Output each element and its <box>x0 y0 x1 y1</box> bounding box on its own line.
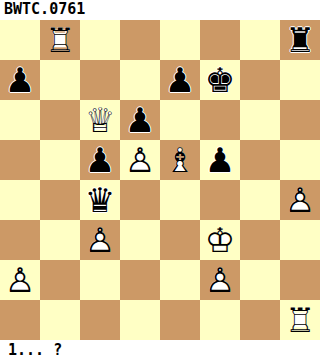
piece-glyph-fill: ♟ <box>160 60 200 100</box>
square-d8[interactable] <box>120 20 160 60</box>
square-h7[interactable] <box>280 60 320 100</box>
square-e6[interactable] <box>160 100 200 140</box>
square-g6[interactable] <box>240 100 280 140</box>
square-f8[interactable] <box>200 20 240 60</box>
piece-glyph-fill: ♟ <box>0 60 40 100</box>
white-pawn[interactable]: ♟♙ <box>200 260 240 300</box>
square-b8[interactable]: ♜♖ <box>40 20 80 60</box>
piece-glyph-fill: ♟ <box>80 140 120 180</box>
square-a4[interactable] <box>0 180 40 220</box>
square-e7[interactable]: ♟ <box>160 60 200 100</box>
square-d6[interactable]: ♟ <box>120 100 160 140</box>
black-pawn[interactable]: ♟ <box>0 60 40 100</box>
square-c5[interactable]: ♟ <box>80 140 120 180</box>
square-b2[interactable] <box>40 260 80 300</box>
white-rook[interactable]: ♜♖ <box>280 300 320 340</box>
chess-board: ♜♖♜♟♟♚♛♕♟♟♟♙♝♗♟♛♟♙♟♙♚♔♟♙♟♙♜♖ <box>0 20 320 340</box>
white-pawn[interactable]: ♟♙ <box>80 220 120 260</box>
piece-glyph-outline: ♙ <box>200 260 240 300</box>
white-pawn[interactable]: ♟♙ <box>0 260 40 300</box>
square-e5[interactable]: ♝♗ <box>160 140 200 180</box>
square-c7[interactable] <box>80 60 120 100</box>
square-f1[interactable] <box>200 300 240 340</box>
square-g7[interactable] <box>240 60 280 100</box>
move-prompt: 1... ? <box>0 340 320 360</box>
square-b7[interactable] <box>40 60 80 100</box>
white-king[interactable]: ♚♔ <box>200 220 240 260</box>
square-a8[interactable] <box>0 20 40 60</box>
piece-glyph-outline: ♙ <box>280 180 320 220</box>
square-c2[interactable] <box>80 260 120 300</box>
black-rook[interactable]: ♜ <box>280 20 320 60</box>
square-d5[interactable]: ♟♙ <box>120 140 160 180</box>
square-h6[interactable] <box>280 100 320 140</box>
square-d7[interactable] <box>120 60 160 100</box>
square-f3[interactable]: ♚♔ <box>200 220 240 260</box>
puzzle-title: BWTC.0761 <box>0 0 320 20</box>
square-e4[interactable] <box>160 180 200 220</box>
square-g1[interactable] <box>240 300 280 340</box>
square-h1[interactable]: ♜♖ <box>280 300 320 340</box>
square-c4[interactable]: ♛ <box>80 180 120 220</box>
square-a3[interactable] <box>0 220 40 260</box>
square-g4[interactable] <box>240 180 280 220</box>
piece-glyph-outline: ♙ <box>0 260 40 300</box>
square-b6[interactable] <box>40 100 80 140</box>
white-pawn[interactable]: ♟♙ <box>280 180 320 220</box>
square-f4[interactable] <box>200 180 240 220</box>
square-a7[interactable]: ♟ <box>0 60 40 100</box>
black-pawn[interactable]: ♟ <box>160 60 200 100</box>
piece-glyph-outline: ♖ <box>280 300 320 340</box>
piece-glyph-outline: ♔ <box>200 220 240 260</box>
square-g5[interactable] <box>240 140 280 180</box>
square-b5[interactable] <box>40 140 80 180</box>
black-pawn[interactable]: ♟ <box>200 140 240 180</box>
white-queen[interactable]: ♛♕ <box>80 100 120 140</box>
square-a1[interactable] <box>0 300 40 340</box>
square-c8[interactable] <box>80 20 120 60</box>
piece-glyph-fill: ♟ <box>200 140 240 180</box>
black-king[interactable]: ♚ <box>200 60 240 100</box>
square-f6[interactable] <box>200 100 240 140</box>
square-e2[interactable] <box>160 260 200 300</box>
piece-glyph-fill: ♜ <box>280 20 320 60</box>
square-h3[interactable] <box>280 220 320 260</box>
square-b1[interactable] <box>40 300 80 340</box>
piece-glyph-fill: ♚ <box>200 60 240 100</box>
black-pawn[interactable]: ♟ <box>80 140 120 180</box>
black-pawn[interactable]: ♟ <box>120 100 160 140</box>
white-rook[interactable]: ♜♖ <box>40 20 80 60</box>
square-f5[interactable]: ♟ <box>200 140 240 180</box>
white-pawn[interactable]: ♟♙ <box>120 140 160 180</box>
white-bishop[interactable]: ♝♗ <box>160 140 200 180</box>
square-e1[interactable] <box>160 300 200 340</box>
square-g2[interactable] <box>240 260 280 300</box>
square-g8[interactable] <box>240 20 280 60</box>
square-b3[interactable] <box>40 220 80 260</box>
square-c6[interactable]: ♛♕ <box>80 100 120 140</box>
piece-glyph-outline: ♗ <box>160 140 200 180</box>
square-a2[interactable]: ♟♙ <box>0 260 40 300</box>
piece-glyph-outline: ♖ <box>40 20 80 60</box>
square-g3[interactable] <box>240 220 280 260</box>
piece-glyph-outline: ♙ <box>120 140 160 180</box>
square-e8[interactable] <box>160 20 200 60</box>
square-f7[interactable]: ♚ <box>200 60 240 100</box>
piece-glyph-fill: ♟ <box>120 100 160 140</box>
square-d4[interactable] <box>120 180 160 220</box>
square-h2[interactable] <box>280 260 320 300</box>
square-f2[interactable]: ♟♙ <box>200 260 240 300</box>
square-c3[interactable]: ♟♙ <box>80 220 120 260</box>
square-h8[interactable]: ♜ <box>280 20 320 60</box>
square-a5[interactable] <box>0 140 40 180</box>
square-c1[interactable] <box>80 300 120 340</box>
black-queen[interactable]: ♛ <box>80 180 120 220</box>
square-e3[interactable] <box>160 220 200 260</box>
piece-glyph-outline: ♙ <box>80 220 120 260</box>
square-b4[interactable] <box>40 180 80 220</box>
square-d2[interactable] <box>120 260 160 300</box>
chess-puzzle-page: BWTC.0761 ♜♖♜♟♟♚♛♕♟♟♟♙♝♗♟♛♟♙♟♙♚♔♟♙♟♙♜♖ 1… <box>0 0 320 360</box>
square-d1[interactable] <box>120 300 160 340</box>
square-h4[interactable]: ♟♙ <box>280 180 320 220</box>
square-a6[interactable] <box>0 100 40 140</box>
square-h5[interactable] <box>280 140 320 180</box>
piece-glyph-outline: ♕ <box>80 100 120 140</box>
square-d3[interactable] <box>120 220 160 260</box>
piece-glyph-fill: ♛ <box>80 180 120 220</box>
